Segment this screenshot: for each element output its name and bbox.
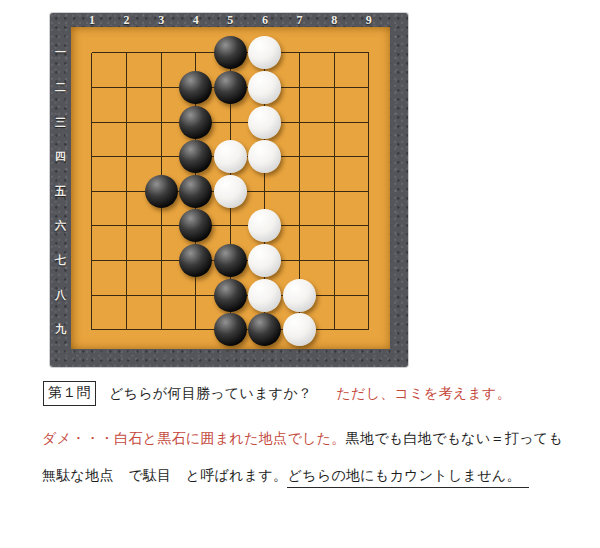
board-cell-4-1[interactable] [178, 36, 213, 71]
board-cell-4-3[interactable] [178, 105, 213, 140]
board-cell-2-2[interactable] [109, 70, 144, 105]
board-cell-1-9[interactable] [75, 312, 110, 347]
board-cell-8-9[interactable] [317, 312, 352, 347]
row-label-9: 九 [50, 312, 71, 347]
board-cell-6-5[interactable] [248, 174, 283, 209]
board-cell-4-2[interactable] [178, 70, 213, 105]
board-cell-5-5[interactable] [213, 174, 248, 209]
board-cell-3-6[interactable] [144, 209, 179, 244]
board-cell-5-6[interactable] [213, 209, 248, 244]
board-cell-7-1[interactable] [282, 36, 317, 71]
col-label-5: 5 [213, 13, 248, 28]
board-cell-1-1[interactable] [75, 36, 110, 71]
board-cell-6-8[interactable] [248, 278, 283, 313]
board-cell-6-2[interactable] [248, 70, 283, 105]
board-cell-4-7[interactable] [178, 243, 213, 278]
board-cell-7-7[interactable] [282, 243, 317, 278]
row-label-2: 二 [50, 70, 71, 105]
col-label-6: 6 [248, 13, 283, 28]
black-stone [145, 175, 178, 208]
dame-naming-text: 無駄な地点 で駄目 と呼ばれます。 [42, 468, 287, 483]
board-cell-3-5[interactable] [144, 174, 179, 209]
board-cell-2-6[interactable] [109, 209, 144, 244]
board-cell-9-5[interactable] [351, 174, 386, 209]
board-cell-6-6[interactable] [248, 209, 283, 244]
board-cell-1-4[interactable] [75, 139, 110, 174]
black-stone [179, 106, 212, 139]
board-cell-9-3[interactable] [351, 105, 386, 140]
board-cell-2-8[interactable] [109, 278, 144, 313]
white-stone [214, 175, 247, 208]
white-stone [248, 106, 281, 139]
row-label-4: 四 [50, 139, 71, 174]
question-note-red: ただし、コミを考えます。 [336, 385, 511, 403]
board-cell-1-8[interactable] [75, 278, 110, 313]
col-label-2: 2 [109, 13, 144, 28]
dame-definition-black: 黒地でも白地でもない＝打っても [346, 431, 563, 446]
white-stone [248, 71, 281, 104]
board-cell-3-9[interactable] [144, 312, 179, 347]
go-board: 123456789 一二三四五六七八九 [50, 13, 408, 367]
white-stone [214, 140, 247, 173]
black-stone [179, 244, 212, 277]
board-cell-8-4[interactable] [317, 139, 352, 174]
dame-definition-red: ダメ・・・白石と黒石に囲まれた地点でした。 [42, 431, 346, 446]
board-cell-7-3[interactable] [282, 105, 317, 140]
explanation-line-2: 無駄な地点 で駄目 と呼ばれます。どちらの地にもカウントしません。 [42, 467, 529, 485]
board-cell-1-5[interactable] [75, 174, 110, 209]
board-cell-7-9[interactable] [282, 312, 317, 347]
board-cell-5-2[interactable] [213, 70, 248, 105]
black-stone [214, 313, 247, 346]
board-cell-9-9[interactable] [351, 312, 386, 347]
col-label-4: 4 [178, 13, 213, 28]
board-cell-7-4[interactable] [282, 139, 317, 174]
black-stone [214, 71, 247, 104]
black-stone [248, 313, 281, 346]
board-cell-4-4[interactable] [178, 139, 213, 174]
board-cell-1-3[interactable] [75, 105, 110, 140]
col-label-1: 1 [75, 13, 110, 28]
board-cell-4-6[interactable] [178, 209, 213, 244]
board-cell-4-5[interactable] [178, 174, 213, 209]
board-cell-6-9[interactable] [248, 312, 283, 347]
white-stone [248, 140, 281, 173]
board-cell-2-7[interactable] [109, 243, 144, 278]
board-cell-2-9[interactable] [109, 312, 144, 347]
board-cell-5-1[interactable] [213, 36, 248, 71]
board-cell-5-9[interactable] [213, 312, 248, 347]
black-stone [179, 175, 212, 208]
col-label-8: 8 [317, 13, 352, 28]
row-label-7: 七 [50, 243, 71, 278]
board-cell-2-3[interactable] [109, 105, 144, 140]
white-stone [248, 209, 281, 242]
black-stone [179, 209, 212, 242]
board-cell-2-5[interactable] [109, 174, 144, 209]
white-stone [248, 279, 281, 312]
board-cell-9-6[interactable] [351, 209, 386, 244]
col-label-7: 7 [282, 13, 317, 28]
board-cell-3-8[interactable] [144, 278, 179, 313]
board-cell-5-7[interactable] [213, 243, 248, 278]
col-label-9: 9 [351, 13, 386, 28]
board-cell-9-4[interactable] [351, 139, 386, 174]
white-stone [248, 244, 281, 277]
board-cell-8-1[interactable] [317, 36, 352, 71]
white-stone [283, 279, 316, 312]
row-label-6: 六 [50, 209, 71, 244]
board-cell-1-2[interactable] [75, 70, 110, 105]
row-label-1: 一 [50, 36, 71, 71]
board-cell-1-6[interactable] [75, 209, 110, 244]
board-cell-2-1[interactable] [109, 36, 144, 71]
board-cell-5-4[interactable] [213, 139, 248, 174]
dame-count-rule-underlined: どちらの地にもカウントしません。 [287, 468, 528, 488]
board-cell-6-1[interactable] [248, 36, 283, 71]
row-label-5: 五 [50, 174, 71, 209]
board-cell-8-5[interactable] [317, 174, 352, 209]
black-stone [214, 244, 247, 277]
row-label-3: 三 [50, 105, 71, 140]
board-cell-7-8[interactable] [282, 278, 317, 313]
black-stone [179, 140, 212, 173]
board-cell-6-3[interactable] [248, 105, 283, 140]
board-cell-6-4[interactable] [248, 139, 283, 174]
board-cell-9-2[interactable] [351, 70, 386, 105]
question-text: どちらが何目勝っていますか？ [109, 385, 312, 403]
board-cell-6-7[interactable] [248, 243, 283, 278]
board-cell-2-4[interactable] [109, 139, 144, 174]
board-cell-8-2[interactable] [317, 70, 352, 105]
black-stone [214, 36, 247, 69]
black-stone [214, 279, 247, 312]
question-line: 第１問 どちらが何目勝っていますか？ ただし、コミを考えます。 [43, 381, 511, 406]
board-cell-8-6[interactable] [317, 209, 352, 244]
white-stone [248, 36, 281, 69]
board-cell-9-8[interactable] [351, 278, 386, 313]
board-row-labels: 一二三四五六七八九 [50, 36, 71, 347]
worksheet-page: 123456789 一二三四五六七八九 第１問 どちらが何目勝っていますか？ た… [0, 0, 600, 548]
board-cell-7-2[interactable] [282, 70, 317, 105]
board-cell-3-7[interactable] [144, 243, 179, 278]
board-cell-3-4[interactable] [144, 139, 179, 174]
board-cell-8-8[interactable] [317, 278, 352, 313]
board-cell-9-1[interactable] [351, 36, 386, 71]
col-label-3: 3 [144, 13, 179, 28]
explanation-line-1: ダメ・・・白石と黒石に囲まれた地点でした。黒地でも白地でもない＝打っても [42, 430, 563, 448]
row-label-8: 八 [50, 278, 71, 313]
board-cell-4-9[interactable] [178, 312, 213, 347]
board-cell-9-7[interactable] [351, 243, 386, 278]
board-cell-5-8[interactable] [213, 278, 248, 313]
board-cell-3-3[interactable] [144, 105, 179, 140]
board-cell-4-8[interactable] [178, 278, 213, 313]
board-cell-1-7[interactable] [75, 243, 110, 278]
board-cell-3-2[interactable] [144, 70, 179, 105]
black-stone [179, 71, 212, 104]
board-cell-5-3[interactable] [213, 105, 248, 140]
white-stone [283, 313, 316, 346]
board-cell-7-6[interactable] [282, 209, 317, 244]
question-number-box: 第１問 [43, 381, 96, 406]
board-cell-7-5[interactable] [282, 174, 317, 209]
board-column-labels: 123456789 [75, 13, 386, 27]
board-cell-8-3[interactable] [317, 105, 352, 140]
go-board-grid [75, 36, 386, 347]
board-cell-8-7[interactable] [317, 243, 352, 278]
board-cell-3-1[interactable] [144, 36, 179, 71]
